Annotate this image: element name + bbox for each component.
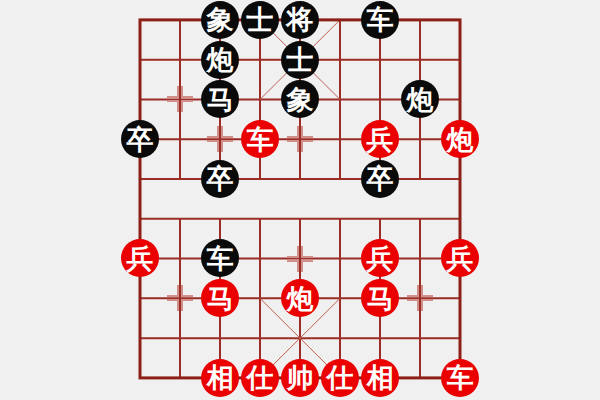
piece-black-pawn[interactable]: 卒	[361, 160, 399, 198]
piece-red-chariot[interactable]: 车	[441, 359, 479, 397]
piece-black-chariot[interactable]: 车	[201, 239, 239, 277]
piece-red-advisor[interactable]: 仕	[241, 359, 279, 397]
piece-red-general[interactable]: 帅	[281, 359, 319, 397]
piece-black-general[interactable]: 将	[281, 1, 319, 39]
piece-black-elephant[interactable]: 象	[201, 1, 239, 39]
piece-black-chariot[interactable]: 车	[361, 1, 399, 39]
pieces-layer[interactable]: 象士将车炮士马象炮卒车兵炮卒卒兵车兵兵马炮马相仕帅仕相车	[120, 0, 480, 398]
piece-red-pawn[interactable]: 兵	[361, 239, 399, 277]
xiangqi-board[interactable]: 象士将车炮士马象炮卒车兵炮卒卒兵车兵兵马炮马相仕帅仕相车	[0, 0, 600, 400]
piece-black-advisor[interactable]: 士	[281, 41, 319, 79]
piece-red-pawn[interactable]: 兵	[361, 120, 399, 158]
piece-red-chariot[interactable]: 车	[241, 120, 279, 158]
piece-black-advisor[interactable]: 士	[241, 1, 279, 39]
piece-black-cannon[interactable]: 炮	[401, 80, 439, 118]
piece-red-horse[interactable]: 马	[201, 279, 239, 317]
piece-red-pawn[interactable]: 兵	[121, 239, 159, 277]
piece-red-horse[interactable]: 马	[361, 279, 399, 317]
piece-red-cannon[interactable]: 炮	[441, 120, 479, 158]
piece-red-cannon[interactable]: 炮	[281, 279, 319, 317]
piece-red-elephant[interactable]: 相	[361, 359, 399, 397]
piece-black-horse[interactable]: 马	[201, 80, 239, 118]
piece-red-advisor[interactable]: 仕	[321, 359, 359, 397]
piece-black-cannon[interactable]: 炮	[201, 41, 239, 79]
piece-black-pawn[interactable]: 卒	[121, 120, 159, 158]
piece-red-pawn[interactable]: 兵	[441, 239, 479, 277]
piece-red-elephant[interactable]: 相	[201, 359, 239, 397]
piece-black-pawn[interactable]: 卒	[201, 160, 239, 198]
piece-black-elephant[interactable]: 象	[281, 80, 319, 118]
